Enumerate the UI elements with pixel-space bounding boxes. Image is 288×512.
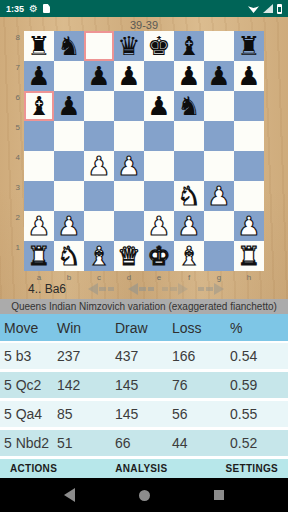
square-c1[interactable]: ♝ (84, 241, 114, 271)
score-display: 39-39 (0, 19, 288, 31)
square-g1[interactable] (204, 241, 234, 271)
cell-pct: 0.55 (230, 406, 288, 422)
cell-pct: 0.52 (230, 435, 288, 451)
square-c4[interactable]: ♟ (84, 151, 114, 181)
table-header-row: Move Win Draw Loss % (0, 314, 288, 341)
square-d7[interactable]: ♟ (114, 61, 144, 91)
black-king: ♚ (147, 31, 170, 61)
table-row[interactable]: 5 Nbd2 51 66 44 0.52 (0, 430, 288, 456)
black-rook: ♜ (27, 31, 50, 61)
square-e2[interactable]: ♟ (144, 211, 174, 241)
cell-draw: 66 (115, 435, 172, 451)
square-f6[interactable]: ♞ (174, 91, 204, 121)
white-bishop: ♝ (177, 241, 200, 271)
back-icon[interactable] (64, 488, 75, 502)
app-button-bar: ACTIONS ANALYSIS SETTINGS (0, 459, 288, 478)
square-c2[interactable] (84, 211, 114, 241)
square-f8[interactable]: ♝ (174, 31, 204, 61)
cell-draw: 145 (115, 406, 172, 422)
black-pawn: ♟ (27, 61, 50, 91)
white-rook: ♜ (237, 241, 260, 271)
home-icon[interactable] (139, 490, 150, 501)
square-b6[interactable]: ♟ (54, 91, 84, 121)
actions-button[interactable]: ACTIONS (10, 463, 57, 474)
square-f7[interactable]: ♟ (174, 61, 204, 91)
variation-name: Queens Indian Nimzovich variation (exagg… (11, 301, 277, 312)
square-e6[interactable]: ♟ (144, 91, 174, 121)
table-row[interactable]: 5 Qc2 142 145 76 0.59 (0, 372, 288, 398)
rank-label-4: 4 (6, 151, 20, 181)
white-pawn: ♟ (147, 211, 170, 241)
square-d4[interactable]: ♟ (114, 151, 144, 181)
white-rook: ♜ (27, 241, 50, 271)
cell-win: 51 (57, 435, 115, 451)
recents-icon[interactable] (214, 490, 224, 500)
square-d5[interactable] (114, 121, 144, 151)
square-b5[interactable] (54, 121, 84, 151)
cell-draw: 145 (115, 377, 172, 393)
square-g2[interactable] (204, 211, 234, 241)
black-pawn: ♟ (237, 61, 260, 91)
black-bishop: ♝ (177, 31, 200, 61)
black-pawn: ♟ (177, 61, 200, 91)
white-king: ♚ (147, 241, 170, 271)
signal-icon (263, 4, 273, 13)
white-pawn: ♟ (87, 151, 110, 181)
square-a3[interactable] (24, 181, 54, 211)
square-f3[interactable]: ♞ (174, 181, 204, 211)
square-h8[interactable]: ♜ (234, 31, 264, 61)
cell-loss: 44 (172, 435, 230, 451)
move-navigation-row: 4.. Ba6 (28, 281, 224, 297)
square-d2[interactable] (114, 211, 144, 241)
white-pawn: ♟ (117, 151, 140, 181)
square-e7[interactable] (144, 61, 174, 91)
file-label-h: h (234, 273, 264, 282)
header-move: Move (4, 320, 57, 336)
cell-win: 142 (57, 377, 115, 393)
square-b7[interactable] (54, 61, 84, 91)
black-bishop: ♝ (27, 91, 50, 121)
black-pawn: ♟ (117, 61, 140, 91)
white-pawn: ♟ (237, 211, 260, 241)
gear-icon: ⚙ (29, 4, 38, 14)
rank-label-1: 1 (6, 241, 20, 271)
white-pawn: ♟ (27, 211, 50, 241)
white-knight: ♞ (57, 241, 80, 271)
last-move-label: 4.. Ba6 (28, 282, 84, 296)
square-d6[interactable] (114, 91, 144, 121)
square-g7[interactable]: ♟ (204, 61, 234, 91)
header-win: Win (57, 320, 115, 336)
square-f2[interactable]: ♟ (174, 211, 204, 241)
black-queen: ♛ (117, 31, 140, 61)
square-c3[interactable] (84, 181, 114, 211)
white-bishop: ♝ (87, 241, 110, 271)
square-g4[interactable] (204, 151, 234, 181)
settings-button[interactable]: SETTINGS (226, 463, 278, 474)
board-area: 39-39 87654321 ♜♞♛♚♝♜♟♟♟♟♟♟♝♟♟♞♟♟♞♟♟♟♟♟♟… (0, 17, 288, 299)
battery-icon (277, 4, 282, 14)
square-h6[interactable] (234, 91, 264, 121)
square-e4[interactable] (144, 151, 174, 181)
white-knight: ♞ (177, 181, 200, 211)
square-g6[interactable] (204, 91, 234, 121)
cell-move[interactable]: 5 Qa4 (4, 406, 57, 422)
previous-move-arrow[interactable] (128, 283, 156, 295)
black-knight: ♞ (57, 31, 80, 61)
cell-move[interactable]: 5 Nbd2 (4, 435, 57, 451)
square-g8[interactable] (204, 31, 234, 61)
white-pawn: ♟ (57, 211, 80, 241)
table-row[interactable]: 5 b3 237 437 166 0.54 (0, 343, 288, 369)
square-h7[interactable]: ♟ (234, 61, 264, 91)
rank-label-2: 2 (6, 211, 20, 241)
square-c7[interactable]: ♟ (84, 61, 114, 91)
square-e3[interactable] (144, 181, 174, 211)
square-c5[interactable] (84, 121, 114, 151)
header-loss: Loss (172, 320, 230, 336)
chess-board[interactable]: ♜♞♛♚♝♜♟♟♟♟♟♟♝♟♟♞♟♟♞♟♟♟♟♟♟♜♞♝♛♚♝♜ (24, 31, 264, 271)
square-f4[interactable] (174, 151, 204, 181)
square-h1[interactable]: ♜ (234, 241, 264, 271)
black-rook: ♜ (237, 31, 260, 61)
square-a5[interactable] (24, 121, 54, 151)
chess-app-screen: 1:35 ⚙ 39-39 87654321 ♜♞♛♚♝♜♟♟♟♟♟♟♝♟♟♞♟♟… (0, 0, 288, 512)
square-b3[interactable] (54, 181, 84, 211)
cell-pct: 0.54 (230, 348, 288, 364)
cell-loss: 76 (172, 377, 230, 393)
black-pawn: ♟ (87, 61, 110, 91)
square-a2[interactable]: ♟ (24, 211, 54, 241)
next-move-arrow[interactable] (160, 283, 188, 295)
square-b1[interactable]: ♞ (54, 241, 84, 271)
cell-loss: 56 (172, 406, 230, 422)
square-g5[interactable] (204, 121, 234, 151)
square-g3[interactable]: ♟ (204, 181, 234, 211)
android-nav-bar (0, 478, 288, 512)
table-row[interactable]: 5 Qa4 85 145 56 0.55 (0, 401, 288, 427)
square-b8[interactable]: ♞ (54, 31, 84, 61)
header-pct: % (230, 320, 288, 336)
square-h5[interactable] (234, 121, 264, 151)
cell-win: 85 (57, 406, 115, 422)
rank-label-7: 7 (6, 61, 20, 91)
cell-pct: 0.59 (230, 377, 288, 393)
square-a4[interactable] (24, 151, 54, 181)
cell-move[interactable]: 5 b3 (4, 348, 57, 364)
square-f1[interactable]: ♝ (174, 241, 204, 271)
rank-label-5: 5 (6, 121, 20, 151)
cell-win: 237 (57, 348, 115, 364)
square-e8[interactable]: ♚ (144, 31, 174, 61)
square-e5[interactable] (144, 121, 174, 151)
square-b2[interactable]: ♟ (54, 211, 84, 241)
square-h2[interactable]: ♟ (234, 211, 264, 241)
square-f5[interactable] (174, 121, 204, 151)
rank-label-3: 3 (6, 181, 20, 211)
square-a7[interactable]: ♟ (24, 61, 54, 91)
square-d1[interactable]: ♛ (114, 241, 144, 271)
analysis-button[interactable]: ANALYSIS (115, 463, 167, 474)
cell-move[interactable]: 5 Qc2 (4, 377, 57, 393)
cell-loss: 166 (172, 348, 230, 364)
clock-time: 1:35 (6, 4, 24, 14)
cell-draw: 437 (115, 348, 172, 364)
opening-stats-table: Move Win Draw Loss % 5 b3 237 437 166 0.… (0, 314, 288, 459)
square-d3[interactable] (114, 181, 144, 211)
square-e1[interactable]: ♚ (144, 241, 174, 271)
square-a8[interactable]: ♜ (24, 31, 54, 61)
square-a1[interactable]: ♜ (24, 241, 54, 271)
rank-label-8: 8 (6, 31, 20, 61)
header-draw: Draw (115, 320, 172, 336)
black-pawn: ♟ (57, 91, 80, 121)
rank-labels: 87654321 (6, 31, 20, 271)
wifi-icon (248, 4, 259, 13)
square-c6[interactable] (84, 91, 114, 121)
next-variation-arrow[interactable] (196, 283, 224, 295)
square-c8[interactable] (84, 31, 114, 61)
square-b4[interactable] (54, 151, 84, 181)
status-bar: 1:35 ⚙ (0, 0, 288, 17)
black-pawn: ♟ (147, 91, 170, 121)
white-queen: ♛ (117, 241, 140, 271)
white-pawn: ♟ (177, 211, 200, 241)
black-knight: ♞ (177, 91, 200, 121)
variation-name-bar: Queens Indian Nimzovich variation (exagg… (0, 299, 288, 314)
black-pawn: ♟ (207, 61, 230, 91)
square-h3[interactable] (234, 181, 264, 211)
square-d8[interactable]: ♛ (114, 31, 144, 61)
document-icon (43, 4, 50, 13)
square-h4[interactable] (234, 151, 264, 181)
previous-variation-arrow[interactable] (88, 283, 116, 295)
rank-label-6: 6 (6, 91, 20, 121)
white-pawn: ♟ (207, 181, 230, 211)
square-a6[interactable]: ♝ (24, 91, 54, 121)
